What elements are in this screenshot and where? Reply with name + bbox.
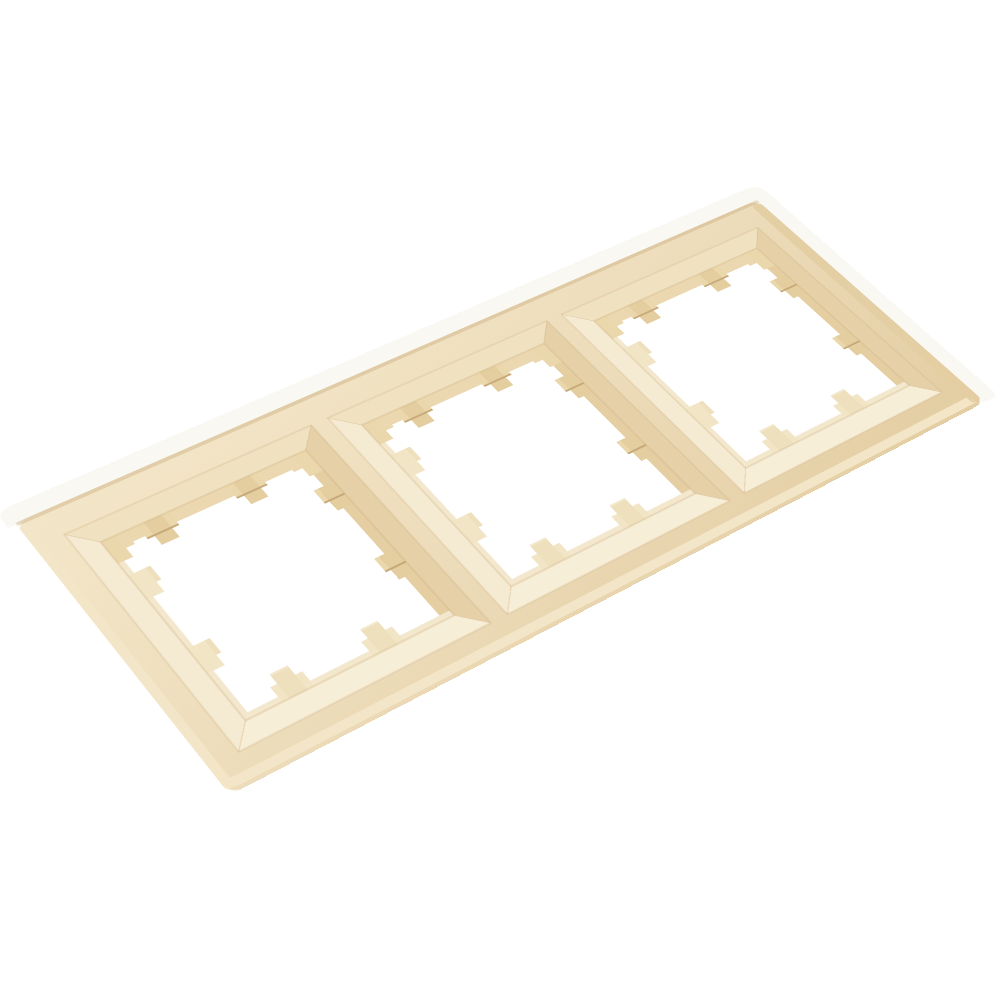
switch-frame-graphic xyxy=(15,200,985,795)
product-photo xyxy=(0,0,1000,1000)
frame-3d-wrap xyxy=(15,200,985,795)
